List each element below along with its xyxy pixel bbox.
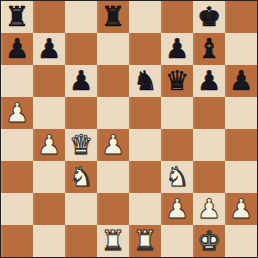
square-c8[interactable] — [65, 1, 97, 33]
square-d7[interactable] — [97, 33, 129, 65]
square-h3[interactable] — [225, 161, 257, 193]
square-a7[interactable]: ♟ — [1, 33, 33, 65]
piece-white-pawn[interactable]: ♟ — [101, 129, 125, 161]
square-g2[interactable]: ♟ — [193, 193, 225, 225]
square-g5[interactable] — [193, 97, 225, 129]
square-a3[interactable] — [1, 161, 33, 193]
square-g7[interactable]: ♝ — [193, 33, 225, 65]
square-g3[interactable] — [193, 161, 225, 193]
square-f2[interactable]: ♟ — [161, 193, 193, 225]
square-f1[interactable] — [161, 225, 193, 257]
piece-white-pawn[interactable]: ♟ — [197, 193, 221, 225]
piece-white-king[interactable]: ♚ — [197, 225, 221, 257]
piece-white-pawn[interactable]: ♟ — [5, 97, 29, 129]
square-e5[interactable] — [129, 97, 161, 129]
square-b4[interactable]: ♟ — [33, 129, 65, 161]
square-c2[interactable] — [65, 193, 97, 225]
piece-white-pawn[interactable]: ♟ — [165, 193, 189, 225]
square-a2[interactable] — [1, 193, 33, 225]
square-c5[interactable] — [65, 97, 97, 129]
square-d5[interactable] — [97, 97, 129, 129]
square-h2[interactable]: ♟ — [225, 193, 257, 225]
square-a5[interactable]: ♟ — [1, 97, 33, 129]
square-g6[interactable]: ♟ — [193, 65, 225, 97]
square-c6[interactable]: ♟ — [65, 65, 97, 97]
square-b7[interactable]: ♟ — [33, 33, 65, 65]
square-h8[interactable] — [225, 1, 257, 33]
piece-black-pawn[interactable]: ♟ — [229, 65, 253, 97]
piece-white-queen[interactable]: ♛ — [69, 129, 93, 161]
square-b6[interactable] — [33, 65, 65, 97]
piece-white-knight[interactable]: ♞ — [69, 161, 93, 193]
piece-black-bishop[interactable]: ♝ — [197, 33, 221, 65]
square-h5[interactable] — [225, 97, 257, 129]
piece-black-pawn[interactable]: ♟ — [165, 33, 189, 65]
piece-black-pawn[interactable]: ♟ — [69, 65, 93, 97]
square-b3[interactable] — [33, 161, 65, 193]
square-f3[interactable]: ♞ — [161, 161, 193, 193]
piece-white-pawn[interactable]: ♟ — [229, 193, 253, 225]
square-d1[interactable]: ♜ — [97, 225, 129, 257]
piece-white-rook[interactable]: ♜ — [101, 225, 125, 257]
square-c7[interactable] — [65, 33, 97, 65]
square-h7[interactable] — [225, 33, 257, 65]
square-a6[interactable] — [1, 65, 33, 97]
piece-black-king[interactable]: ♚ — [197, 1, 221, 33]
square-f6[interactable]: ♛ — [161, 65, 193, 97]
square-g8[interactable]: ♚ — [193, 1, 225, 33]
square-d3[interactable] — [97, 161, 129, 193]
square-f5[interactable] — [161, 97, 193, 129]
square-e3[interactable] — [129, 161, 161, 193]
piece-black-pawn[interactable]: ♟ — [197, 65, 221, 97]
piece-black-pawn[interactable]: ♟ — [5, 33, 29, 65]
square-c1[interactable] — [65, 225, 97, 257]
square-c3[interactable]: ♞ — [65, 161, 97, 193]
square-c4[interactable]: ♛ — [65, 129, 97, 161]
piece-black-queen[interactable]: ♛ — [165, 65, 189, 97]
square-d6[interactable] — [97, 65, 129, 97]
square-h4[interactable] — [225, 129, 257, 161]
square-b2[interactable] — [33, 193, 65, 225]
square-f4[interactable] — [161, 129, 193, 161]
square-e4[interactable] — [129, 129, 161, 161]
square-e7[interactable] — [129, 33, 161, 65]
piece-white-knight[interactable]: ♞ — [165, 161, 189, 193]
square-a8[interactable]: ♜ — [1, 1, 33, 33]
square-a1[interactable] — [1, 225, 33, 257]
piece-black-pawn[interactable]: ♟ — [37, 33, 61, 65]
square-f7[interactable]: ♟ — [161, 33, 193, 65]
square-d8[interactable]: ♜ — [97, 1, 129, 33]
square-d4[interactable]: ♟ — [97, 129, 129, 161]
square-d2[interactable] — [97, 193, 129, 225]
square-f8[interactable] — [161, 1, 193, 33]
square-h1[interactable] — [225, 225, 257, 257]
square-e8[interactable] — [129, 1, 161, 33]
square-e1[interactable]: ♜ — [129, 225, 161, 257]
piece-white-pawn[interactable]: ♟ — [37, 129, 61, 161]
square-h6[interactable]: ♟ — [225, 65, 257, 97]
chess-board-frame: ♜♜♚♟♟♟♝♟♞♛♟♟♟♟♛♟♞♞♟♟♟♜♜♚ — [0, 0, 258, 258]
piece-black-rook[interactable]: ♜ — [5, 1, 29, 33]
square-g4[interactable] — [193, 129, 225, 161]
chess-board[interactable]: ♜♜♚♟♟♟♝♟♞♛♟♟♟♟♛♟♞♞♟♟♟♜♜♚ — [1, 1, 257, 257]
piece-black-rook[interactable]: ♜ — [101, 1, 125, 33]
square-e6[interactable]: ♞ — [129, 65, 161, 97]
square-b5[interactable] — [33, 97, 65, 129]
square-b8[interactable] — [33, 1, 65, 33]
piece-black-knight[interactable]: ♞ — [133, 65, 157, 97]
piece-white-rook[interactable]: ♜ — [133, 225, 157, 257]
square-a4[interactable] — [1, 129, 33, 161]
square-b1[interactable] — [33, 225, 65, 257]
square-g1[interactable]: ♚ — [193, 225, 225, 257]
square-e2[interactable] — [129, 193, 161, 225]
